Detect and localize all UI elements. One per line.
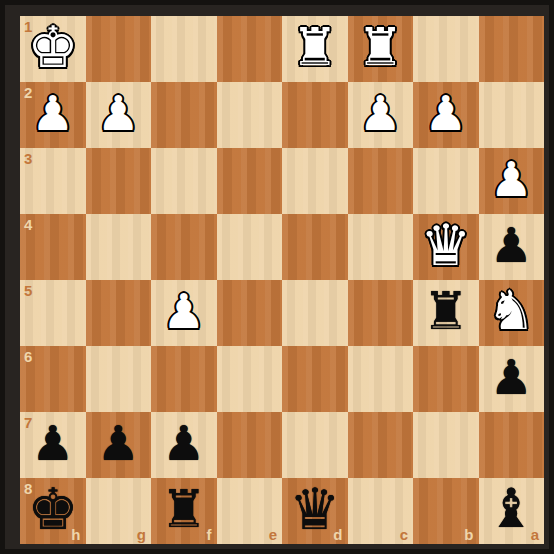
square-f6[interactable] bbox=[151, 346, 217, 412]
square-g7[interactable]: ♟ bbox=[86, 412, 152, 478]
square-c8[interactable]: c bbox=[348, 478, 414, 544]
square-c1[interactable]: ♜ bbox=[348, 16, 414, 82]
piece-white-pawn[interactable]: ♟ bbox=[424, 89, 467, 137]
chess-board: 1♚♜♜2♟♟♟♟3♟4♛♟5♟♜♞6♟7♟♟♟8h♚gf♜ed♛cba♝ bbox=[20, 16, 544, 544]
square-h5[interactable]: 5 bbox=[20, 280, 86, 346]
file-label-f: f bbox=[207, 527, 212, 542]
piece-white-pawn[interactable]: ♟ bbox=[31, 89, 74, 137]
square-d4[interactable] bbox=[282, 214, 348, 280]
square-c4[interactable] bbox=[348, 214, 414, 280]
square-f7[interactable]: ♟ bbox=[151, 412, 217, 478]
square-g3[interactable] bbox=[86, 148, 152, 214]
square-h2[interactable]: 2♟ bbox=[20, 82, 86, 148]
piece-black-queen[interactable]: ♛ bbox=[289, 481, 340, 538]
square-h1[interactable]: 1♚ bbox=[20, 16, 86, 82]
piece-black-bishop[interactable]: ♝ bbox=[487, 482, 535, 536]
square-b8[interactable]: b bbox=[413, 478, 479, 544]
square-e6[interactable] bbox=[217, 346, 283, 412]
piece-white-pawn[interactable]: ♟ bbox=[490, 155, 533, 203]
square-c5[interactable] bbox=[348, 280, 414, 346]
square-b7[interactable] bbox=[413, 412, 479, 478]
square-d2[interactable] bbox=[282, 82, 348, 148]
square-h4[interactable]: 4 bbox=[20, 214, 86, 280]
square-b2[interactable]: ♟ bbox=[413, 82, 479, 148]
square-e7[interactable] bbox=[217, 412, 283, 478]
piece-white-pawn[interactable]: ♟ bbox=[359, 89, 402, 137]
rank-label-5: 5 bbox=[24, 283, 32, 298]
square-e3[interactable] bbox=[217, 148, 283, 214]
square-a6[interactable]: ♟ bbox=[479, 346, 545, 412]
square-c6[interactable] bbox=[348, 346, 414, 412]
square-h6[interactable]: 6 bbox=[20, 346, 86, 412]
square-g8[interactable]: g bbox=[86, 478, 152, 544]
square-h7[interactable]: 7♟ bbox=[20, 412, 86, 478]
square-d1[interactable]: ♜ bbox=[282, 16, 348, 82]
square-c7[interactable] bbox=[348, 412, 414, 478]
square-f2[interactable] bbox=[151, 82, 217, 148]
square-a4[interactable]: ♟ bbox=[479, 214, 545, 280]
square-b5[interactable]: ♜ bbox=[413, 280, 479, 346]
square-c2[interactable]: ♟ bbox=[348, 82, 414, 148]
piece-black-pawn[interactable]: ♟ bbox=[31, 419, 74, 467]
square-e4[interactable] bbox=[217, 214, 283, 280]
piece-white-rook[interactable]: ♜ bbox=[291, 21, 338, 73]
square-g4[interactable] bbox=[86, 214, 152, 280]
piece-white-pawn[interactable]: ♟ bbox=[162, 287, 205, 335]
file-label-e: e bbox=[269, 527, 277, 542]
piece-black-rook[interactable]: ♜ bbox=[422, 285, 469, 337]
square-a3[interactable]: ♟ bbox=[479, 148, 545, 214]
square-b3[interactable] bbox=[413, 148, 479, 214]
piece-black-pawn[interactable]: ♟ bbox=[162, 419, 205, 467]
square-h8[interactable]: 8h♚ bbox=[20, 478, 86, 544]
file-label-g: g bbox=[137, 527, 146, 542]
square-d6[interactable] bbox=[282, 346, 348, 412]
square-e2[interactable] bbox=[217, 82, 283, 148]
square-e8[interactable]: e bbox=[217, 478, 283, 544]
square-g2[interactable]: ♟ bbox=[86, 82, 152, 148]
square-d5[interactable] bbox=[282, 280, 348, 346]
square-a1[interactable] bbox=[479, 16, 545, 82]
square-f8[interactable]: f♜ bbox=[151, 478, 217, 544]
square-f3[interactable] bbox=[151, 148, 217, 214]
square-e1[interactable] bbox=[217, 16, 283, 82]
square-g1[interactable] bbox=[86, 16, 152, 82]
piece-white-rook[interactable]: ♜ bbox=[357, 21, 404, 73]
square-g6[interactable] bbox=[86, 346, 152, 412]
board-frame: 1♚♜♜2♟♟♟♟3♟4♛♟5♟♜♞6♟7♟♟♟8h♚gf♜ed♛cba♝ bbox=[0, 0, 554, 554]
rank-label-3: 3 bbox=[24, 151, 32, 166]
square-f4[interactable] bbox=[151, 214, 217, 280]
piece-black-pawn[interactable]: ♟ bbox=[490, 221, 533, 269]
piece-white-knight[interactable]: ♞ bbox=[487, 284, 535, 338]
piece-black-pawn[interactable]: ♟ bbox=[490, 353, 533, 401]
piece-white-pawn[interactable]: ♟ bbox=[97, 89, 140, 137]
square-c3[interactable] bbox=[348, 148, 414, 214]
square-b1[interactable] bbox=[413, 16, 479, 82]
square-a2[interactable] bbox=[479, 82, 545, 148]
square-a8[interactable]: a♝ bbox=[479, 478, 545, 544]
square-d7[interactable] bbox=[282, 412, 348, 478]
square-e5[interactable] bbox=[217, 280, 283, 346]
rank-label-6: 6 bbox=[24, 349, 32, 364]
square-a5[interactable]: ♞ bbox=[479, 280, 545, 346]
square-b6[interactable] bbox=[413, 346, 479, 412]
square-a7[interactable] bbox=[479, 412, 545, 478]
square-g5[interactable] bbox=[86, 280, 152, 346]
rank-label-4: 4 bbox=[24, 217, 32, 232]
square-f5[interactable]: ♟ bbox=[151, 280, 217, 346]
piece-black-pawn[interactable]: ♟ bbox=[97, 419, 140, 467]
piece-white-queen[interactable]: ♛ bbox=[420, 217, 471, 274]
piece-white-king[interactable]: ♚ bbox=[27, 19, 78, 76]
square-d3[interactable] bbox=[282, 148, 348, 214]
square-f1[interactable] bbox=[151, 16, 217, 82]
file-label-b: b bbox=[464, 527, 473, 542]
piece-black-king[interactable]: ♚ bbox=[27, 481, 78, 538]
file-label-c: c bbox=[400, 527, 408, 542]
square-h3[interactable]: 3 bbox=[20, 148, 86, 214]
square-b4[interactable]: ♛ bbox=[413, 214, 479, 280]
piece-black-rook[interactable]: ♜ bbox=[160, 483, 207, 535]
square-d8[interactable]: d♛ bbox=[282, 478, 348, 544]
